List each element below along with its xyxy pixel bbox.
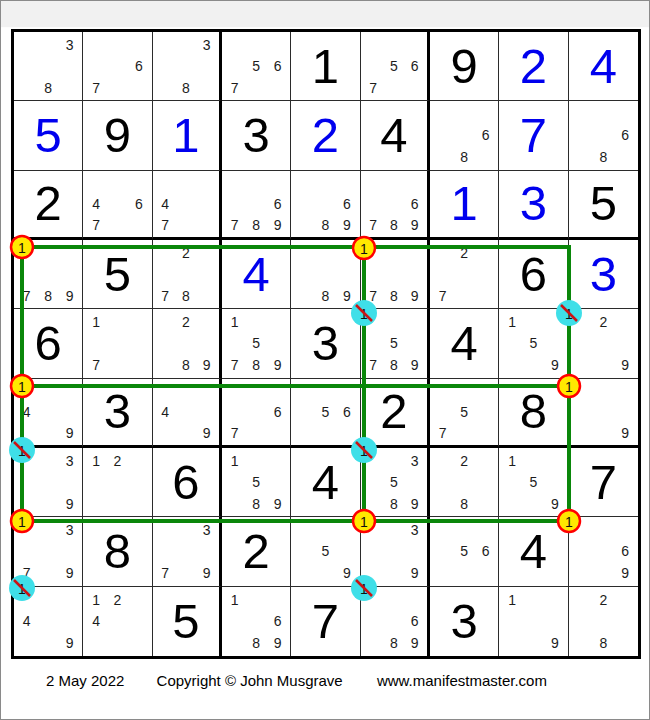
pencil-mark-9: 9 [404,354,425,375]
pencil-marks: 6789 [224,173,288,235]
pencil-marks: 27 [432,242,496,306]
cell-r4c6[interactable]: 789 [361,240,430,309]
cell-r2c5[interactable]: 2 [291,101,360,170]
pencil-mark-6: 6 [475,125,496,146]
cell-r7c2[interactable]: 12 [83,448,152,517]
pencil-mark-6: 6 [267,55,288,76]
cell-r9c5[interactable]: 7 [291,587,360,656]
pencil-mark-7: 7 [224,214,245,235]
footer-date: 2 May 2022 [46,672,124,689]
page: { "game": "sudoku", "position": "0000109… [0,0,650,720]
pencil-mark-6: 6 [475,541,496,562]
pencil-mark-9: 9 [59,493,80,514]
cell-r3c9[interactable]: 5 [569,171,638,240]
given-digit: 4 [291,448,359,516]
pencil-mark-9: 9 [59,422,80,443]
cell-r1c9[interactable]: 4 [569,32,638,101]
given-digit: 4 [430,309,498,377]
pencil-mark-1: 1 [501,311,522,332]
cell-r3c1[interactable]: 2 [14,171,83,240]
pencil-mark-6: 6 [404,610,425,632]
pencil-mark-9: 9 [404,632,425,654]
cell-r8c5[interactable]: 59 [291,517,360,586]
pencil-marks: 59 [293,519,357,583]
pencil-mark-8: 8 [453,493,474,514]
pencil-mark-8: 8 [245,632,266,654]
given-digit: 5 [83,240,151,308]
cell-r9c7[interactable]: 3 [430,587,499,656]
pencil-marks: 159 [501,311,565,375]
pencil-marks: 12 [85,450,149,514]
given-digit: 3 [291,309,359,377]
pencil-mark-3: 3 [59,34,80,55]
pencil-marks: 3589 [363,450,425,514]
cell-r6c9[interactable]: 9 [569,379,638,448]
cell-r4c5[interactable]: 89 [291,240,360,309]
pencil-marks: 39 [363,519,425,583]
pencil-mark-7: 7 [363,354,384,375]
pencil-mark-7: 7 [363,77,384,98]
entered-digit: 4 [569,32,638,100]
pencil-mark-3: 3 [196,519,217,540]
cell-r6c7[interactable]: 57 [430,379,499,448]
pencil-mark-2: 2 [453,242,474,263]
given-digit: 2 [361,379,427,445]
pencil-mark-8: 8 [245,214,266,235]
pencil-marks: 289 [155,311,217,375]
cell-r3c8[interactable]: 3 [499,171,568,240]
given-digit: 2 [14,171,82,237]
cell-r2c1[interactable]: 5 [14,101,83,170]
pencil-marks: 379 [155,519,217,583]
pencil-mark-9: 9 [59,285,80,306]
pencil-mark-2: 2 [592,589,614,611]
pencil-mark-5: 5 [245,55,266,76]
pencil-mark-4: 4 [16,401,37,422]
pencil-marks: 467 [85,173,149,235]
pencil-marks: 49 [16,589,80,654]
pencil-mark-1: 1 [501,589,522,611]
pencil-mark-2: 2 [107,589,128,611]
pencil-mark-9: 9 [336,562,357,583]
pencil-mark-8: 8 [37,77,58,98]
cell-r5c5[interactable]: 3 [291,309,360,378]
pencil-mark-8: 8 [592,146,614,167]
pencil-mark-4: 4 [155,193,176,214]
entered-digit: 4 [222,240,290,308]
cell-r8c9[interactable]: 69 [569,517,638,586]
cell-r7c9[interactable]: 7 [569,448,638,517]
cell-r2c4[interactable]: 3 [222,101,291,170]
cell-r4c1[interactable]: 789 [14,240,83,309]
footer: 2 May 2022 Copyright © John Musgrave www… [1,672,650,694]
pencil-mark-1: 1 [224,589,245,611]
pencil-marks: 56 [432,519,496,583]
pencil-marks: 49 [16,381,80,443]
pencil-mark-8: 8 [37,285,58,306]
pencil-marks: 789 [16,242,80,306]
pencil-mark-7: 7 [363,214,384,235]
given-digit: 3 [222,101,290,169]
pencil-marks: 5789 [363,311,425,375]
cell-r1c4[interactable]: 567 [222,32,291,101]
pencil-mark-1: 1 [85,589,106,611]
cell-r2c2[interactable]: 9 [83,101,152,170]
cell-r3c5[interactable]: 689 [291,171,360,240]
cell-r1c8[interactable]: 2 [499,32,568,101]
cell-r6c6[interactable]: 2 [361,379,430,448]
pencil-mark-1: 1 [501,450,522,471]
cell-r7c7[interactable]: 28 [430,448,499,517]
cell-r1c2[interactable]: 67 [83,32,152,101]
pencil-mark-7: 7 [363,285,384,306]
entered-digit: 5 [14,101,82,169]
cell-r7c4[interactable]: 1589 [222,448,291,517]
pencil-marks: 49 [155,381,217,443]
pencil-marks: 379 [16,519,80,583]
pencil-marks: 68 [432,103,496,167]
pencil-mark-9: 9 [267,214,288,235]
pencil-mark-7: 7 [85,77,106,98]
pencil-mark-8: 8 [175,285,196,306]
pencil-mark-5: 5 [315,401,336,422]
pencil-mark-8: 8 [315,214,336,235]
given-digit: 7 [569,448,638,516]
pencil-marks: 9 [571,381,636,443]
given-digit: 6 [153,448,219,516]
cell-r9c1[interactable]: 49 [14,587,83,656]
pencil-mark-8: 8 [383,493,404,514]
pencil-marks: 47 [155,173,217,235]
cell-r9c3[interactable]: 5 [153,587,222,656]
pencil-mark-9: 9 [404,285,425,306]
header-strip [1,1,650,28]
pencil-mark-4: 4 [16,610,37,632]
pencil-mark-3: 3 [59,519,80,540]
pencil-marks: 28 [432,450,496,514]
given-digit: 5 [153,587,219,656]
pencil-mark-8: 8 [383,285,404,306]
cell-r8c8[interactable]: 4 [499,517,568,586]
pencil-marks: 567 [363,34,425,98]
pencil-mark-8: 8 [383,354,404,375]
given-digit: 6 [499,240,567,308]
cell-r8c6[interactable]: 39 [361,517,430,586]
entered-digit: 3 [499,171,567,237]
pencil-mark-5: 5 [383,55,404,76]
pencil-mark-5: 5 [315,541,336,562]
pencil-mark-4: 4 [85,610,106,632]
pencil-mark-9: 9 [267,632,288,654]
cell-r7c6[interactable]: 3589 [361,448,430,517]
pencil-mark-7: 7 [155,562,176,583]
given-digit: 4 [499,517,567,585]
cell-r6c4[interactable]: 67 [222,379,291,448]
pencil-mark-3: 3 [404,519,425,540]
pencil-mark-2: 2 [592,311,614,332]
cell-r5c3[interactable]: 289 [153,309,222,378]
pencil-mark-9: 9 [544,493,565,514]
given-digit: 2 [222,517,290,585]
given-digit: 3 [430,587,498,656]
entered-digit: 1 [153,101,219,169]
cell-r5c4[interactable]: 15789 [222,309,291,378]
cell-r5c6[interactable]: 5789 [361,309,430,378]
cell-r5c7[interactable]: 4 [430,309,499,378]
cell-r7c3[interactable]: 6 [153,448,222,517]
pencil-mark-6: 6 [336,193,357,214]
pencil-marks: 689 [293,173,357,235]
pencil-mark-7: 7 [16,285,37,306]
cell-r4c4[interactable]: 4 [222,240,291,309]
pencil-marks: 689 [363,589,425,654]
pencil-mark-3: 3 [196,34,217,55]
given-digit: 3 [83,379,151,445]
cell-r2c6[interactable]: 4 [361,101,430,170]
pencil-mark-1: 1 [224,450,245,471]
pencil-marks: 1589 [224,450,288,514]
pencil-mark-9: 9 [614,354,636,375]
pencil-mark-9: 9 [336,285,357,306]
cell-r9c6[interactable]: 689 [361,587,430,656]
pencil-mark-7: 7 [224,422,245,443]
entered-digit: 1 [430,171,498,237]
pencil-mark-2: 2 [453,450,474,471]
pencil-mark-8: 8 [245,493,266,514]
pencil-mark-9: 9 [544,354,565,375]
pencil-mark-5: 5 [523,333,544,354]
pencil-mark-9: 9 [196,422,217,443]
pencil-mark-3: 3 [59,450,80,471]
pencil-mark-6: 6 [404,193,425,214]
pencil-mark-6: 6 [128,55,149,76]
pencil-marks: 67 [85,34,149,98]
footer-copyright: Copyright © John Musgrave [157,672,343,689]
pencil-mark-8: 8 [383,214,404,235]
cell-r8c3[interactable]: 379 [153,517,222,586]
pencil-mark-2: 2 [175,311,196,332]
pencil-mark-3: 3 [404,450,425,471]
pencil-marks: 38 [155,34,217,98]
pencil-mark-2: 2 [107,450,128,471]
pencil-mark-7: 7 [224,77,245,98]
pencil-marks: 789 [363,242,425,306]
pencil-mark-5: 5 [383,471,404,492]
pencil-mark-9: 9 [614,422,636,443]
pencil-mark-9: 9 [59,632,80,654]
pencil-mark-9: 9 [404,493,425,514]
pencil-mark-5: 5 [245,333,266,354]
pencil-marks: 6789 [363,173,425,235]
pencil-mark-1: 1 [85,311,106,332]
pencil-mark-9: 9 [196,354,217,375]
pencil-marks: 68 [571,103,636,167]
cell-r1c7[interactable]: 9 [430,32,499,101]
pencil-mark-6: 6 [267,610,288,632]
pencil-marks: 1689 [224,589,288,654]
pencil-mark-8: 8 [592,632,614,654]
entered-digit: 7 [499,101,567,169]
cell-r9c4[interactable]: 1689 [222,587,291,656]
cell-r1c1[interactable]: 38 [14,32,83,101]
pencil-mark-7: 7 [432,422,453,443]
pencil-marks: 67 [224,381,288,443]
pencil-marks: 17 [85,311,149,375]
given-digit: 9 [83,101,151,169]
pencil-mark-5: 5 [453,541,474,562]
cell-r3c3[interactable]: 47 [153,171,222,240]
pencil-marks: 278 [155,242,217,306]
cell-r2c3[interactable]: 1 [153,101,222,170]
pencil-mark-5: 5 [453,401,474,422]
cell-r3c7[interactable]: 1 [430,171,499,240]
footer-url: www.manifestmaster.com [377,672,547,689]
cell-r4c2[interactable]: 5 [83,240,152,309]
pencil-mark-9: 9 [404,214,425,235]
pencil-marks: 15789 [224,311,288,375]
given-digit: 1 [291,32,359,100]
cell-r5c9[interactable]: 29 [569,309,638,378]
cell-r8c4[interactable]: 2 [222,517,291,586]
pencil-marks: 124 [85,589,149,654]
pencil-mark-6: 6 [267,401,288,422]
cell-r2c8[interactable]: 7 [499,101,568,170]
cell-r4c8[interactable]: 6 [499,240,568,309]
pencil-mark-7: 7 [85,214,106,235]
pencil-mark-7: 7 [85,354,106,375]
pencil-mark-6: 6 [614,125,636,146]
cell-r2c7[interactable]: 68 [430,101,499,170]
pencil-mark-7: 7 [155,285,176,306]
cell-r6c3[interactable]: 49 [153,379,222,448]
cell-r3c6[interactable]: 6789 [361,171,430,240]
pencil-mark-7: 7 [16,562,37,583]
cell-r9c9[interactable]: 28 [569,587,638,656]
pencil-mark-9: 9 [59,562,80,583]
pencil-mark-6: 6 [404,55,425,76]
pencil-mark-9: 9 [614,562,636,583]
given-digit: 6 [14,309,82,377]
cell-r8c7[interactable]: 56 [430,517,499,586]
pencil-marks: 159 [501,450,565,514]
pencil-marks: 69 [571,519,636,583]
pencil-marks: 567 [224,34,288,98]
pencil-mark-9: 9 [267,354,288,375]
cell-r6c8[interactable]: 8 [499,379,568,448]
pencil-marks: 56 [293,381,357,443]
pencil-mark-6: 6 [614,541,636,562]
pencil-mark-8: 8 [175,354,196,375]
pencil-marks: 38 [16,34,80,98]
pencil-mark-8: 8 [245,354,266,375]
cell-r9c2[interactable]: 124 [83,587,152,656]
pencil-marks: 39 [16,450,80,514]
pencil-mark-9: 9 [404,562,425,583]
cell-r5c8[interactable]: 159 [499,309,568,378]
cell-r4c9[interactable]: 3 [569,240,638,309]
pencil-mark-5: 5 [383,333,404,354]
cell-r4c7[interactable]: 27 [430,240,499,309]
cell-r3c4[interactable]: 6789 [222,171,291,240]
given-digit: 5 [569,171,638,237]
pencil-mark-4: 4 [155,401,176,422]
pencil-mark-9: 9 [544,632,565,654]
given-digit: 8 [499,379,567,445]
pencil-mark-7: 7 [224,354,245,375]
pencil-mark-9: 9 [196,562,217,583]
pencil-mark-1: 1 [224,311,245,332]
pencil-marks: 19 [501,589,565,654]
pencil-mark-1: 1 [85,450,106,471]
pencil-mark-5: 5 [523,471,544,492]
pencil-mark-6: 6 [336,401,357,422]
pencil-mark-9: 9 [336,214,357,235]
pencil-marks: 89 [293,242,357,306]
given-digit: 4 [361,101,427,169]
pencil-mark-8: 8 [383,632,404,654]
entered-digit: 2 [499,32,567,100]
pencil-mark-8: 8 [315,285,336,306]
cell-r5c2[interactable]: 17 [83,309,152,378]
pencil-mark-8: 8 [453,146,474,167]
cell-r8c1[interactable]: 379 [14,517,83,586]
pencil-mark-9: 9 [267,493,288,514]
entered-digit: 3 [569,240,638,308]
cell-r6c1[interactable]: 49 [14,379,83,448]
pencil-mark-5: 5 [245,471,266,492]
cell-r3c2[interactable]: 467 [83,171,152,240]
pencil-mark-7: 7 [155,214,176,235]
cell-r7c5[interactable]: 4 [291,448,360,517]
pencil-mark-8: 8 [175,77,196,98]
pencil-marks: 28 [571,589,636,654]
given-digit: 7 [291,587,359,656]
sudoku-board: 3867385671567924591324687682467476789689… [11,29,641,659]
pencil-mark-2: 2 [175,242,196,263]
cell-r5c1[interactable]: 6 [14,309,83,378]
cell-r1c5[interactable]: 1 [291,32,360,101]
given-digit: 9 [430,32,498,100]
cell-r4c3[interactable]: 278 [153,240,222,309]
cell-r9c8[interactable]: 19 [499,587,568,656]
pencil-mark-6: 6 [128,193,149,214]
given-digit: 8 [83,517,151,585]
cell-r1c3[interactable]: 38 [153,32,222,101]
cell-r8c2[interactable]: 8 [83,517,152,586]
cell-r7c1[interactable]: 39 [14,448,83,517]
cell-r2c9[interactable]: 68 [569,101,638,170]
pencil-mark-4: 4 [85,193,106,214]
entered-digit: 2 [291,101,359,169]
pencil-marks: 29 [571,311,636,375]
cell-r6c5[interactable]: 56 [291,379,360,448]
pencil-mark-6: 6 [267,193,288,214]
cell-r1c6[interactable]: 567 [361,32,430,101]
cell-r6c2[interactable]: 3 [83,379,152,448]
cell-r7c8[interactable]: 159 [499,448,568,517]
pencil-mark-7: 7 [432,285,453,306]
pencil-marks: 57 [432,381,496,443]
